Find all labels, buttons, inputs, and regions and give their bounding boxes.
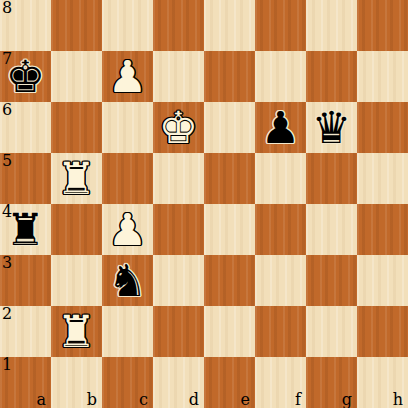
square-h2[interactable]	[357, 306, 408, 357]
square-f8[interactable]	[255, 0, 306, 51]
file-label-c: c	[139, 392, 148, 408]
square-e4[interactable]	[204, 204, 255, 255]
square-c6[interactable]	[102, 102, 153, 153]
square-d6[interactable]: ♚	[153, 102, 204, 153]
square-c2[interactable]	[102, 306, 153, 357]
file-label-d: d	[189, 392, 199, 408]
square-f5[interactable]	[255, 153, 306, 204]
square-d8[interactable]	[153, 0, 204, 51]
rank-label-6: 6	[2, 102, 12, 119]
rank-label-1: 1	[2, 357, 12, 374]
square-b6[interactable]	[51, 102, 102, 153]
square-a8[interactable]: 8	[0, 0, 51, 51]
square-e7[interactable]	[204, 51, 255, 102]
square-g6[interactable]: ♛	[306, 102, 357, 153]
square-c7[interactable]: ♟	[102, 51, 153, 102]
rank-label-2: 2	[2, 306, 12, 323]
square-h8[interactable]	[357, 0, 408, 51]
square-f2[interactable]	[255, 306, 306, 357]
square-f6[interactable]: ♟	[255, 102, 306, 153]
white-pawn: ♟	[108, 204, 147, 255]
square-d1[interactable]: d	[153, 357, 204, 408]
file-label-a: a	[36, 392, 46, 408]
rank-label-8: 8	[2, 0, 12, 17]
square-h5[interactable]	[357, 153, 408, 204]
square-a5[interactable]: 5	[0, 153, 51, 204]
square-g4[interactable]	[306, 204, 357, 255]
square-a7[interactable]: 7♚	[0, 51, 51, 102]
square-e3[interactable]	[204, 255, 255, 306]
square-b1[interactable]: b	[51, 357, 102, 408]
square-g3[interactable]	[306, 255, 357, 306]
black-queen: ♛	[312, 102, 351, 153]
square-a1[interactable]: 1a	[0, 357, 51, 408]
square-g7[interactable]	[306, 51, 357, 102]
square-b4[interactable]	[51, 204, 102, 255]
square-c5[interactable]	[102, 153, 153, 204]
square-d7[interactable]	[153, 51, 204, 102]
square-f1[interactable]: f	[255, 357, 306, 408]
square-e8[interactable]	[204, 0, 255, 51]
file-label-b: b	[87, 392, 97, 408]
rank-label-7: 7	[2, 51, 12, 68]
file-label-e: e	[241, 392, 250, 408]
square-b5[interactable]: ♜	[51, 153, 102, 204]
square-d4[interactable]	[153, 204, 204, 255]
square-d3[interactable]	[153, 255, 204, 306]
white-rook: ♜	[57, 306, 96, 357]
square-h3[interactable]	[357, 255, 408, 306]
square-g1[interactable]: g	[306, 357, 357, 408]
square-a4[interactable]: 4♜	[0, 204, 51, 255]
square-g2[interactable]	[306, 306, 357, 357]
square-h1[interactable]: h	[357, 357, 408, 408]
square-h4[interactable]	[357, 204, 408, 255]
black-knight: ♞	[108, 255, 147, 306]
square-a2[interactable]: 2	[0, 306, 51, 357]
square-g5[interactable]	[306, 153, 357, 204]
black-pawn: ♟	[261, 102, 300, 153]
square-c3[interactable]: ♞	[102, 255, 153, 306]
square-e6[interactable]	[204, 102, 255, 153]
white-rook: ♜	[57, 153, 96, 204]
square-c8[interactable]	[102, 0, 153, 51]
file-label-h: h	[393, 392, 403, 408]
square-b7[interactable]	[51, 51, 102, 102]
square-b2[interactable]: ♜	[51, 306, 102, 357]
square-e5[interactable]	[204, 153, 255, 204]
chess-board: 87♚♟6♚♟♛5♜4♜♟3♞2♜1abcdefgh	[0, 0, 408, 408]
square-h6[interactable]	[357, 102, 408, 153]
file-label-g: g	[342, 392, 352, 408]
square-b3[interactable]	[51, 255, 102, 306]
rank-label-5: 5	[2, 153, 12, 170]
white-pawn: ♟	[108, 51, 147, 102]
square-d2[interactable]	[153, 306, 204, 357]
square-d5[interactable]	[153, 153, 204, 204]
square-b8[interactable]	[51, 0, 102, 51]
square-a3[interactable]: 3	[0, 255, 51, 306]
square-f4[interactable]	[255, 204, 306, 255]
square-a6[interactable]: 6	[0, 102, 51, 153]
square-c1[interactable]: c	[102, 357, 153, 408]
square-c4[interactable]: ♟	[102, 204, 153, 255]
white-king: ♚	[159, 102, 198, 153]
square-e2[interactable]	[204, 306, 255, 357]
file-label-f: f	[295, 392, 301, 408]
rank-label-4: 4	[2, 204, 12, 221]
rank-label-3: 3	[2, 255, 12, 272]
square-f7[interactable]	[255, 51, 306, 102]
square-h7[interactable]	[357, 51, 408, 102]
square-f3[interactable]	[255, 255, 306, 306]
square-g8[interactable]	[306, 0, 357, 51]
square-e1[interactable]: e	[204, 357, 255, 408]
